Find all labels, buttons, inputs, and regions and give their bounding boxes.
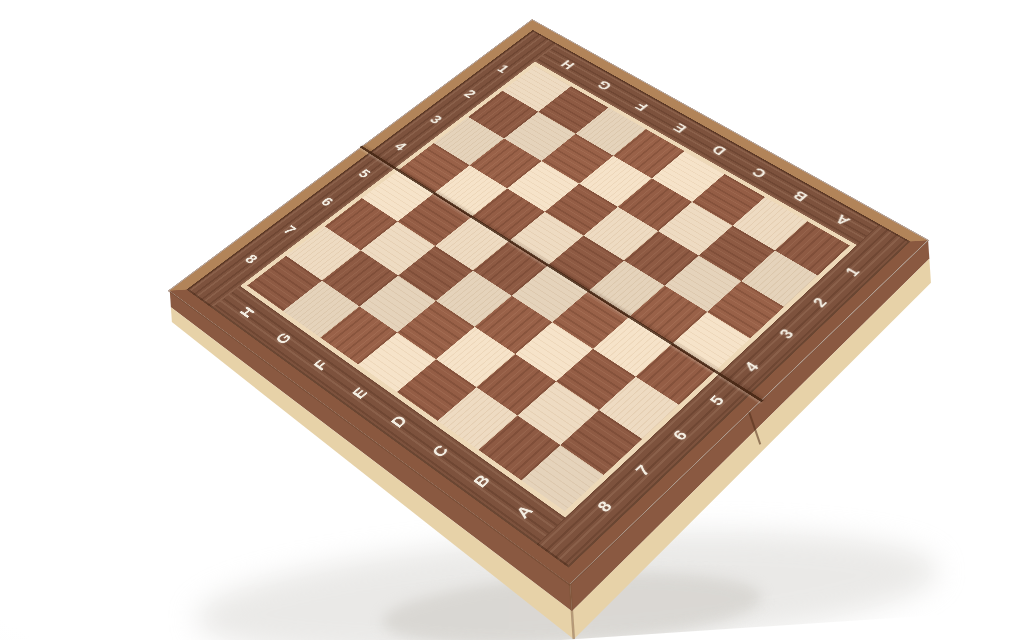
coord-label-queenside-4: 4: [742, 360, 762, 375]
coord-label-black-side-h: H: [237, 304, 258, 319]
coord-label-queenside-1: 1: [843, 265, 863, 279]
board-scene: AABBCCDDEEFFGGHH1122334455667788: [263, 0, 834, 551]
coord-label-queenside-5: 5: [707, 393, 728, 408]
coord-label-queenside-7: 7: [633, 462, 654, 478]
coord-label-white-side-f: F: [633, 100, 651, 112]
coord-label-queenside-3: 3: [777, 327, 797, 341]
coord-label-kingside-4: 4: [391, 140, 409, 152]
coord-label-queenside-2: 2: [811, 296, 831, 310]
coordinate-labels: AABBCCDDEEFFGGHH1122334455667788: [187, 30, 911, 568]
coord-label-black-side-c: C: [429, 442, 451, 460]
coord-label-kingside-8: 8: [242, 252, 261, 266]
coord-label-black-side-e: E: [349, 385, 370, 401]
board-stage: AABBCCDDEEFFGGHH1122334455667788: [0, 0, 1024, 640]
coord-label-black-side-d: D: [388, 413, 410, 430]
coord-label-black-side-f: F: [311, 358, 331, 373]
coord-label-black-side-b: B: [470, 472, 493, 490]
coord-label-white-side-g: G: [594, 79, 613, 92]
coord-label-kingside-1: 1: [494, 63, 511, 75]
coord-label-white-side-h: H: [558, 58, 577, 71]
photo-backdrop: AABBCCDDEEFFGGHH1122334455667788: [0, 0, 1024, 640]
coord-label-kingside-2: 2: [461, 88, 478, 100]
coord-label-white-side-a: A: [833, 213, 853, 228]
coord-label-kingside-3: 3: [427, 114, 444, 126]
coord-label-kingside-5: 5: [355, 167, 373, 180]
coord-label-black-side-a: A: [513, 503, 536, 522]
coord-label-white-side-c: C: [749, 166, 769, 180]
coord-label-kingside-7: 7: [280, 223, 298, 236]
coord-label-white-side-e: E: [671, 122, 689, 135]
coord-label-white-side-b: B: [790, 189, 810, 203]
coord-label-black-side-g: G: [273, 330, 295, 346]
coord-label-kingside-6: 6: [318, 195, 336, 208]
coord-label-queenside-6: 6: [670, 427, 691, 443]
coord-label-white-side-d: D: [709, 143, 728, 157]
coord-label-queenside-8: 8: [594, 499, 615, 516]
